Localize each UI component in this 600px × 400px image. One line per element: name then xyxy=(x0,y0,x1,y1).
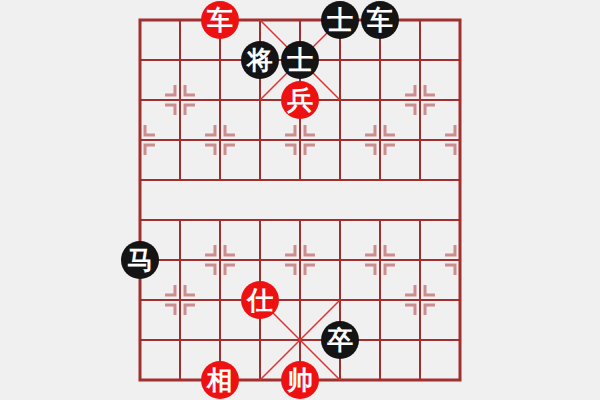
piece-red-advisor[interactable]: 仕 xyxy=(241,281,279,319)
piece-red-general[interactable]: 帅 xyxy=(281,361,319,399)
piece-black-soldier[interactable]: 卒 xyxy=(321,321,359,359)
piece-black-chariot[interactable]: 车 xyxy=(361,1,399,39)
piece-red-soldier[interactable]: 兵 xyxy=(281,81,319,119)
piece-black-advisor[interactable]: 士 xyxy=(281,41,319,79)
pieces-layer: 车士车将士兵马仕卒相帅 xyxy=(120,0,480,400)
piece-black-horse[interactable]: 马 xyxy=(121,241,159,279)
xiangqi-app: 车士车将士兵马仕卒相帅 xyxy=(0,0,600,400)
piece-black-advisor[interactable]: 士 xyxy=(321,1,359,39)
piece-red-elephant[interactable]: 相 xyxy=(201,361,239,399)
piece-red-chariot[interactable]: 车 xyxy=(201,1,239,39)
piece-black-general[interactable]: 将 xyxy=(241,41,279,79)
